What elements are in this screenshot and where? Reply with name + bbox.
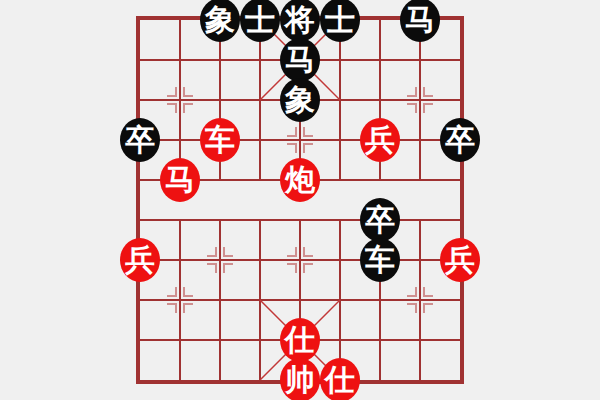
black-pawn[interactable]: 卒 (120, 118, 160, 162)
board-point: 马 (400, 0, 440, 40)
board-point: 马 (280, 40, 320, 80)
black-pawn[interactable]: 卒 (360, 198, 400, 242)
board-point: 将 (280, 0, 320, 40)
red-general[interactable]: 帅 (280, 358, 320, 400)
board-point: 士 (320, 0, 360, 40)
black-horse[interactable]: 马 (400, 0, 440, 42)
black-advisor[interactable]: 士 (240, 0, 280, 42)
board-point: 马 (160, 160, 200, 200)
red-horse[interactable]: 马 (160, 158, 200, 202)
black-elephant[interactable]: 象 (280, 78, 320, 122)
board-inner: 象士将士马马象卒车兵卒马炮卒兵车兵仕帅仕 (140, 20, 460, 380)
board-point: 士 (240, 0, 280, 40)
black-advisor[interactable]: 士 (320, 0, 360, 42)
black-horse[interactable]: 马 (280, 38, 320, 82)
black-chariot[interactable]: 车 (360, 238, 400, 282)
board-point: 帅 (280, 360, 320, 400)
xiangqi-board[interactable]: 象士将士马马象卒车兵卒马炮卒兵车兵仕帅仕 (136, 16, 464, 384)
black-pawn[interactable]: 卒 (440, 118, 480, 162)
xiangqi-screenshot: 象士将士马马象卒车兵卒马炮卒兵车兵仕帅仕 (0, 0, 600, 400)
board-point: 车 (200, 120, 240, 160)
board-point: 卒 (440, 120, 480, 160)
board-point: 兵 (360, 120, 400, 160)
board-point: 象 (200, 0, 240, 40)
red-advisor[interactable]: 仕 (280, 318, 320, 362)
board-point: 炮 (280, 160, 320, 200)
board-point: 仕 (280, 320, 320, 360)
red-advisor[interactable]: 仕 (320, 358, 360, 400)
pieces-layer: 象士将士马马象卒车兵卒马炮卒兵车兵仕帅仕 (120, 0, 480, 400)
board-point: 车 (360, 240, 400, 280)
board-point: 兵 (440, 240, 480, 280)
red-pawn[interactable]: 兵 (120, 238, 160, 282)
red-pawn[interactable]: 兵 (440, 238, 480, 282)
board-point: 卒 (360, 200, 400, 240)
red-pawn[interactable]: 兵 (360, 118, 400, 162)
board-point: 卒 (120, 120, 160, 160)
red-chariot[interactable]: 车 (200, 118, 240, 162)
black-elephant[interactable]: 象 (200, 0, 240, 42)
board-point: 象 (280, 80, 320, 120)
black-general[interactable]: 将 (280, 0, 320, 42)
board-point: 仕 (320, 360, 360, 400)
board-point: 兵 (120, 240, 160, 280)
red-cannon[interactable]: 炮 (280, 158, 320, 202)
